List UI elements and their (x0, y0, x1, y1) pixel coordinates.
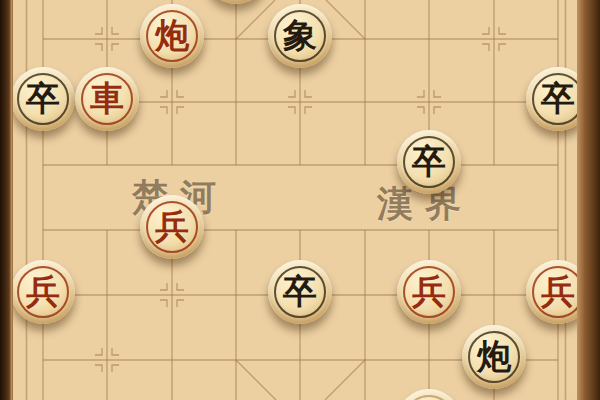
piece-black-soldier[interactable]: 卒 (397, 130, 461, 194)
piece-black-soldier[interactable]: 卒 (11, 67, 75, 131)
piece-red-soldier[interactable]: 兵 (397, 260, 461, 324)
piece-glyph: 兵 (140, 195, 204, 259)
piece-glyph: 卒 (11, 67, 75, 131)
xiangqi-board[interactable]: 楚河 漢界 炮象卒車卒卒兵兵卒兵兵炮 (0, 0, 600, 400)
piece-black-elephant[interactable]: 象 (268, 4, 332, 68)
piece-glyph: 車 (75, 67, 139, 131)
piece-red-soldier[interactable]: 兵 (11, 260, 75, 324)
piece-glyph: 卒 (397, 130, 461, 194)
piece-red-cannon[interactable]: 炮 (140, 4, 204, 68)
piece-glyph: 兵 (397, 260, 461, 324)
piece-ring (403, 395, 455, 400)
piece-glyph: 象 (268, 4, 332, 68)
piece-black-soldier[interactable]: 卒 (268, 260, 332, 324)
piece-black-cannon[interactable]: 炮 (462, 325, 526, 389)
piece-red-soldier[interactable]: 兵 (140, 195, 204, 259)
board-frame-right (577, 0, 600, 400)
piece-glyph: 兵 (11, 260, 75, 324)
board-frame-left (0, 0, 13, 400)
piece-glyph: 炮 (140, 4, 204, 68)
piece-glyph: 炮 (462, 325, 526, 389)
piece-red-chariot[interactable]: 車 (75, 67, 139, 131)
piece-glyph: 卒 (268, 260, 332, 324)
